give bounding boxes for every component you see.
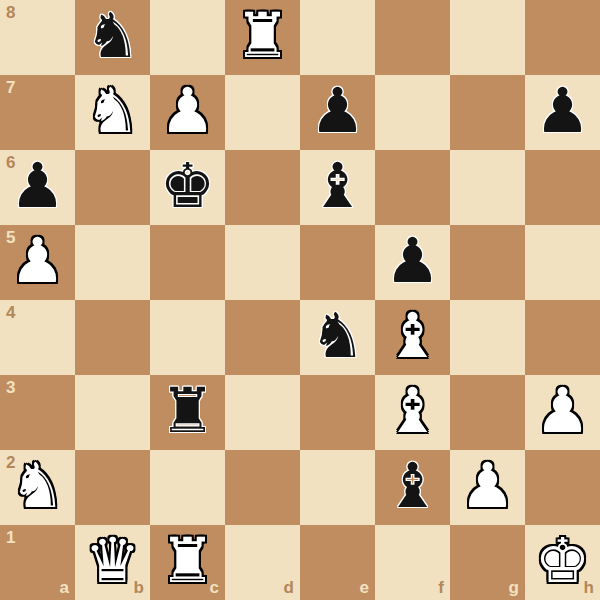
square-f1[interactable]: f — [375, 525, 450, 600]
square-c2[interactable] — [150, 450, 225, 525]
black-pawn[interactable]: ♟ — [385, 230, 441, 292]
square-e2[interactable] — [300, 450, 375, 525]
square-f7[interactable] — [375, 75, 450, 150]
square-a7[interactable]: 7 — [0, 75, 75, 150]
square-a8[interactable]: 8 — [0, 0, 75, 75]
square-b3[interactable] — [75, 375, 150, 450]
square-e1[interactable]: e — [300, 525, 375, 600]
square-a5[interactable]: 5♟ — [0, 225, 75, 300]
square-h8[interactable] — [525, 0, 600, 75]
white-rook[interactable]: ♜ — [160, 530, 216, 592]
square-h3[interactable]: ♟ — [525, 375, 600, 450]
black-knight[interactable]: ♞ — [310, 305, 366, 367]
square-d8[interactable]: ♜ — [225, 0, 300, 75]
square-a2[interactable]: 2♞ — [0, 450, 75, 525]
white-pawn[interactable]: ♟ — [460, 455, 516, 517]
square-g2[interactable]: ♟ — [450, 450, 525, 525]
square-c1[interactable]: c♜ — [150, 525, 225, 600]
square-d2[interactable] — [225, 450, 300, 525]
square-c4[interactable] — [150, 300, 225, 375]
square-f8[interactable] — [375, 0, 450, 75]
rank-label: 7 — [6, 79, 15, 96]
square-a3[interactable]: 3 — [0, 375, 75, 450]
square-h4[interactable] — [525, 300, 600, 375]
square-g8[interactable] — [450, 0, 525, 75]
black-pawn[interactable]: ♟ — [535, 80, 591, 142]
file-label: g — [509, 579, 519, 596]
square-h1[interactable]: h♚ — [525, 525, 600, 600]
square-g5[interactable] — [450, 225, 525, 300]
square-e3[interactable] — [300, 375, 375, 450]
white-pawn[interactable]: ♟ — [535, 380, 591, 442]
rank-label: 8 — [6, 4, 15, 21]
square-e4[interactable]: ♞ — [300, 300, 375, 375]
file-label: a — [60, 579, 69, 596]
square-d5[interactable] — [225, 225, 300, 300]
black-bishop[interactable]: ♝ — [310, 155, 366, 217]
square-c8[interactable] — [150, 0, 225, 75]
square-d4[interactable] — [225, 300, 300, 375]
square-g4[interactable] — [450, 300, 525, 375]
white-bishop[interactable]: ♝ — [385, 380, 441, 442]
rank-label: 3 — [6, 379, 15, 396]
square-h5[interactable] — [525, 225, 600, 300]
black-king[interactable]: ♚ — [160, 155, 216, 217]
square-f4[interactable]: ♝ — [375, 300, 450, 375]
square-c3[interactable]: ♜ — [150, 375, 225, 450]
square-b4[interactable] — [75, 300, 150, 375]
rank-label: 4 — [6, 304, 15, 321]
square-a6[interactable]: 6♟ — [0, 150, 75, 225]
black-pawn[interactable]: ♟ — [310, 80, 366, 142]
square-g3[interactable] — [450, 375, 525, 450]
square-h6[interactable] — [525, 150, 600, 225]
square-g7[interactable] — [450, 75, 525, 150]
square-c7[interactable]: ♟ — [150, 75, 225, 150]
square-d3[interactable] — [225, 375, 300, 450]
square-a1[interactable]: 1a — [0, 525, 75, 600]
square-f6[interactable] — [375, 150, 450, 225]
white-rook[interactable]: ♜ — [235, 5, 291, 67]
white-pawn[interactable]: ♟ — [160, 80, 216, 142]
white-knight[interactable]: ♞ — [10, 455, 66, 517]
square-c5[interactable] — [150, 225, 225, 300]
white-bishop[interactable]: ♝ — [385, 305, 441, 367]
square-b7[interactable]: ♞ — [75, 75, 150, 150]
black-pawn[interactable]: ♟ — [10, 155, 66, 217]
square-d7[interactable] — [225, 75, 300, 150]
black-bishop[interactable]: ♝ — [385, 455, 441, 517]
file-label: f — [438, 579, 444, 596]
file-label: d — [284, 579, 294, 596]
square-h7[interactable]: ♟ — [525, 75, 600, 150]
square-a4[interactable]: 4 — [0, 300, 75, 375]
square-c6[interactable]: ♚ — [150, 150, 225, 225]
square-b6[interactable] — [75, 150, 150, 225]
square-b8[interactable]: ♞ — [75, 0, 150, 75]
white-king[interactable]: ♚ — [535, 530, 591, 592]
file-label: e — [360, 579, 369, 596]
white-pawn[interactable]: ♟ — [10, 230, 66, 292]
square-b5[interactable] — [75, 225, 150, 300]
black-knight[interactable]: ♞ — [85, 5, 141, 67]
square-e7[interactable]: ♟ — [300, 75, 375, 150]
square-f2[interactable]: ♝ — [375, 450, 450, 525]
square-g6[interactable] — [450, 150, 525, 225]
square-e6[interactable]: ♝ — [300, 150, 375, 225]
square-d6[interactable] — [225, 150, 300, 225]
square-f5[interactable]: ♟ — [375, 225, 450, 300]
square-h2[interactable] — [525, 450, 600, 525]
white-queen[interactable]: ♛ — [85, 530, 141, 592]
rank-label: 1 — [6, 529, 15, 546]
square-e5[interactable] — [300, 225, 375, 300]
square-d1[interactable]: d — [225, 525, 300, 600]
square-b1[interactable]: b♛ — [75, 525, 150, 600]
square-e8[interactable] — [300, 0, 375, 75]
chess-board: 8♞♜7♞♟♟♟6♟♚♝5♟♟4♞♝3♜♝♟2♞♝♟1ab♛c♜defgh♚ — [0, 0, 600, 600]
square-b2[interactable] — [75, 450, 150, 525]
square-g1[interactable]: g — [450, 525, 525, 600]
black-rook[interactable]: ♜ — [160, 380, 216, 442]
square-f3[interactable]: ♝ — [375, 375, 450, 450]
white-knight[interactable]: ♞ — [85, 80, 141, 142]
